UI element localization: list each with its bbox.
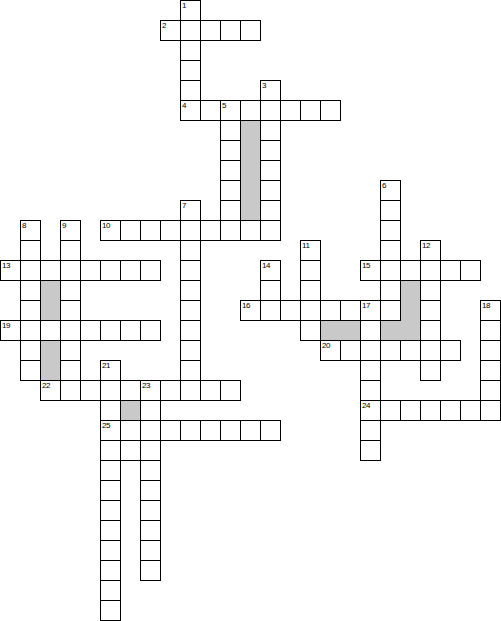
cell[interactable] [100, 500, 121, 521]
cell[interactable] [260, 120, 281, 141]
cell[interactable] [180, 340, 201, 361]
cell[interactable] [100, 560, 121, 581]
cell[interactable] [100, 220, 121, 241]
cell[interactable] [260, 420, 281, 441]
cell[interactable] [280, 100, 301, 121]
cell[interactable] [220, 420, 241, 441]
cell[interactable] [360, 260, 381, 281]
cell[interactable] [400, 260, 421, 281]
cell[interactable] [20, 280, 41, 301]
cell[interactable] [260, 80, 281, 101]
gray-space-bar [400, 280, 421, 341]
cell[interactable] [180, 280, 201, 301]
cell[interactable] [380, 300, 401, 321]
cell[interactable] [300, 100, 321, 121]
cell[interactable] [380, 400, 401, 421]
cell[interactable] [180, 300, 201, 321]
cell[interactable] [60, 300, 81, 321]
cell[interactable] [100, 580, 121, 601]
cell[interactable] [380, 180, 401, 201]
cell[interactable] [360, 400, 381, 421]
cell[interactable] [180, 200, 201, 221]
cell[interactable] [260, 260, 281, 281]
cell[interactable] [120, 320, 141, 341]
cell[interactable] [60, 260, 81, 281]
cell[interactable] [480, 340, 501, 361]
cell[interactable] [160, 420, 181, 441]
cell[interactable] [320, 340, 341, 361]
cell[interactable] [140, 460, 161, 481]
cell[interactable] [120, 420, 141, 441]
cell[interactable] [140, 520, 161, 541]
cell[interactable] [140, 320, 161, 341]
cell[interactable] [420, 400, 441, 421]
cell[interactable] [140, 420, 161, 441]
cell[interactable] [200, 380, 221, 401]
cell[interactable] [160, 380, 181, 401]
gray-space-bar [320, 320, 361, 341]
cell[interactable] [140, 560, 161, 581]
gray-space-bar [40, 340, 61, 381]
cell[interactable] [480, 360, 501, 381]
cell[interactable] [280, 300, 301, 321]
cell[interactable] [420, 340, 441, 361]
cell[interactable] [120, 220, 141, 241]
cell[interactable] [140, 440, 161, 461]
cell[interactable] [220, 380, 241, 401]
cell[interactable] [80, 380, 101, 401]
cell[interactable] [420, 360, 441, 381]
cell[interactable] [60, 320, 81, 341]
cell[interactable] [20, 240, 41, 261]
cell[interactable] [420, 260, 441, 281]
cell[interactable] [180, 360, 201, 381]
cell[interactable] [420, 280, 441, 301]
cell[interactable] [180, 260, 201, 281]
cell[interactable] [40, 260, 61, 281]
crossword-grid: 1234567891011121314151617181920212223242… [0, 0, 501, 621]
cell[interactable] [360, 420, 381, 441]
cell[interactable] [340, 340, 361, 361]
cell[interactable] [420, 300, 441, 321]
cell[interactable] [100, 480, 121, 501]
cell[interactable] [220, 140, 241, 161]
cell[interactable] [80, 260, 101, 281]
cell[interactable] [360, 340, 381, 361]
cell[interactable] [300, 320, 321, 341]
cell[interactable] [20, 260, 41, 281]
cell[interactable] [180, 220, 201, 241]
cell[interactable] [180, 60, 201, 81]
cell[interactable] [240, 420, 261, 441]
cell[interactable] [220, 180, 241, 201]
cell[interactable] [360, 440, 381, 461]
cell[interactable] [200, 100, 221, 121]
gray-space-bar [120, 400, 141, 421]
cell[interactable] [320, 100, 341, 121]
cell[interactable] [480, 400, 501, 421]
cell[interactable] [440, 260, 461, 281]
cell[interactable] [180, 320, 201, 341]
cell[interactable] [360, 320, 381, 341]
cell[interactable] [140, 480, 161, 501]
cell[interactable] [100, 460, 121, 481]
cell[interactable] [420, 240, 441, 261]
cell[interactable] [480, 320, 501, 341]
cell[interactable] [100, 320, 121, 341]
gray-space-bar [240, 120, 261, 221]
cell[interactable] [100, 260, 121, 281]
cell[interactable] [0, 260, 21, 281]
cell[interactable] [100, 380, 121, 401]
cell[interactable] [240, 300, 261, 321]
cell[interactable] [220, 20, 241, 41]
cell[interactable] [380, 220, 401, 241]
cell[interactable] [260, 100, 281, 121]
cell[interactable] [460, 260, 481, 281]
cell[interactable] [220, 160, 241, 181]
cell[interactable] [440, 400, 461, 421]
cell[interactable] [480, 380, 501, 401]
cell[interactable] [240, 20, 261, 41]
cell[interactable] [140, 500, 161, 521]
cell[interactable] [380, 260, 401, 281]
cell[interactable] [40, 380, 61, 401]
cell[interactable] [460, 400, 481, 421]
cell[interactable] [100, 400, 121, 421]
cell[interactable] [360, 300, 381, 321]
cell[interactable] [300, 300, 321, 321]
cell[interactable] [120, 380, 141, 401]
cell[interactable] [240, 100, 261, 121]
cell[interactable] [140, 220, 161, 241]
cell[interactable] [220, 220, 241, 241]
cell[interactable] [60, 340, 81, 361]
cell[interactable] [100, 600, 121, 621]
cell[interactable] [20, 220, 41, 241]
cell[interactable] [20, 360, 41, 381]
cell[interactable] [40, 320, 61, 341]
cell[interactable] [180, 20, 201, 41]
cell[interactable] [360, 380, 381, 401]
cell[interactable] [200, 220, 221, 241]
cell[interactable] [60, 220, 81, 241]
cell[interactable] [400, 340, 421, 361]
cell[interactable] [260, 180, 281, 201]
cell[interactable] [180, 40, 201, 61]
cell[interactable] [380, 340, 401, 361]
cell[interactable] [60, 360, 81, 381]
cell[interactable] [220, 200, 241, 221]
cell[interactable] [100, 360, 121, 381]
cell[interactable] [260, 200, 281, 221]
cell[interactable] [60, 280, 81, 301]
cell[interactable] [260, 300, 281, 321]
cell[interactable] [20, 320, 41, 341]
cell[interactable] [360, 360, 381, 381]
cell[interactable] [260, 220, 281, 241]
cell[interactable] [180, 100, 201, 121]
cell[interactable] [120, 260, 141, 281]
cell[interactable] [220, 100, 241, 121]
cell[interactable] [20, 300, 41, 321]
cell[interactable] [160, 220, 181, 241]
cell[interactable] [0, 320, 21, 341]
cell[interactable] [100, 520, 121, 541]
cell[interactable] [400, 400, 421, 421]
cell[interactable] [60, 240, 81, 261]
cell[interactable] [320, 300, 341, 321]
cell[interactable] [120, 440, 141, 461]
cell[interactable] [220, 120, 241, 141]
cell[interactable] [140, 540, 161, 561]
cell[interactable] [300, 280, 321, 301]
cell[interactable] [180, 0, 201, 21]
cell[interactable] [300, 240, 321, 261]
cell[interactable] [140, 380, 161, 401]
cell[interactable] [20, 340, 41, 361]
cell[interactable] [60, 380, 81, 401]
cell[interactable] [180, 80, 201, 101]
cell[interactable] [200, 20, 221, 41]
cell[interactable] [140, 400, 161, 421]
cell[interactable] [200, 420, 221, 441]
cell[interactable] [240, 220, 261, 241]
cell[interactable] [440, 340, 461, 361]
cell[interactable] [100, 420, 121, 441]
cell[interactable] [180, 380, 201, 401]
cell[interactable] [480, 300, 501, 321]
cell[interactable] [160, 20, 181, 41]
cell[interactable] [260, 160, 281, 181]
gray-space-bar [380, 320, 401, 341]
cell[interactable] [380, 280, 401, 301]
cell[interactable] [180, 240, 201, 261]
cell[interactable] [300, 260, 321, 281]
cell[interactable] [100, 540, 121, 561]
cell[interactable] [260, 280, 281, 301]
cell[interactable] [340, 300, 361, 321]
cell[interactable] [380, 240, 401, 261]
cell[interactable] [380, 200, 401, 221]
cell[interactable] [260, 140, 281, 161]
cell[interactable] [420, 320, 441, 341]
gray-space-bar [40, 280, 61, 321]
cell[interactable] [180, 420, 201, 441]
cell[interactable] [100, 440, 121, 461]
cell[interactable] [140, 260, 161, 281]
cell[interactable] [80, 320, 101, 341]
